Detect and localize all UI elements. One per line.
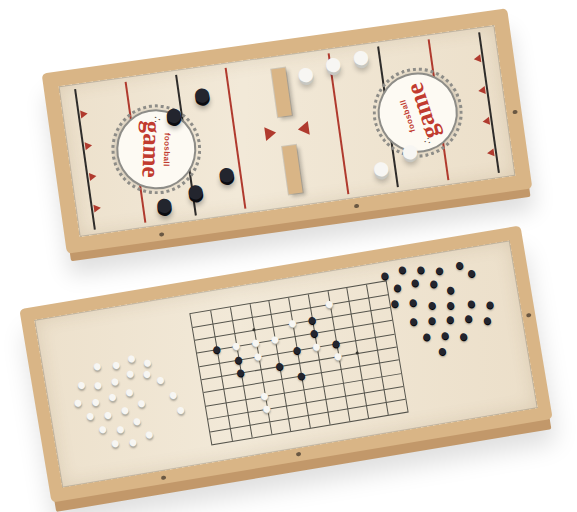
white-stone[interactable]: ●	[323, 295, 335, 312]
black-stone-tray: ●●●●●●●●●●●●●●●●●●●●●●●●●	[368, 248, 514, 373]
black-stone[interactable]: ●	[458, 328, 470, 345]
black-stone[interactable]: ●	[453, 256, 465, 273]
black-puck[interactable]: ●	[152, 186, 176, 221]
white-stone[interactable]: ●	[154, 371, 166, 388]
white-puck[interactable]: ●	[349, 38, 373, 73]
white-puck[interactable]: ●	[321, 45, 345, 80]
white-stone[interactable]: ●	[84, 407, 96, 424]
screw-hole	[526, 313, 532, 318]
black-puck[interactable]: ●	[183, 172, 207, 207]
white-stone[interactable]: ●	[131, 413, 143, 430]
white-stone[interactable]: ●	[252, 348, 264, 365]
black-stone[interactable]: ●	[396, 261, 408, 278]
sling-left-half: ∴ foosball game ●●●●●	[59, 56, 298, 237]
white-stone[interactable]: ●	[175, 401, 187, 418]
white-stone[interactable]: ●	[72, 394, 84, 411]
gomoku-surface: ●●●●●●●●●●●●●●●●●●●●●●●●●● ●●●●●●●●●●●●●…	[34, 240, 537, 487]
white-puck[interactable]: ●	[398, 133, 422, 168]
white-stone[interactable]: ●	[135, 395, 147, 412]
black-stone[interactable]: ●	[234, 364, 246, 381]
black-stone[interactable]: ●	[407, 313, 419, 330]
black-stone[interactable]: ●	[481, 311, 493, 328]
black-stone[interactable]: ●	[330, 335, 342, 352]
white-stone[interactable]: ●	[143, 426, 155, 443]
screw-hole	[159, 232, 165, 237]
black-puck[interactable]: ●	[190, 76, 214, 111]
black-stone[interactable]: ●	[273, 357, 285, 374]
white-stone[interactable]: ●	[92, 376, 104, 393]
white-stone[interactable]: ●	[97, 421, 109, 438]
black-stone[interactable]: ●	[389, 295, 401, 312]
white-stone[interactable]: ●	[141, 365, 153, 382]
black-stone[interactable]: ●	[407, 294, 419, 311]
black-stone[interactable]: ●	[421, 328, 433, 345]
black-puck[interactable]: ●	[161, 95, 185, 130]
black-puck[interactable]: ●	[214, 156, 238, 191]
white-puck[interactable]: ●	[293, 55, 317, 90]
white-stone[interactable]: ●	[269, 331, 281, 348]
goal-arrow-icon	[264, 126, 277, 141]
white-stone[interactable]: ●	[123, 383, 135, 400]
black-stone[interactable]: ●	[428, 275, 440, 292]
black-stone[interactable]: ●	[462, 310, 474, 327]
black-stone[interactable]: ●	[436, 342, 448, 359]
white-stone[interactable]: ●	[91, 358, 103, 375]
badge-title: game	[140, 120, 163, 178]
arrow-tick-icon	[85, 141, 93, 150]
grid-line	[208, 386, 403, 420]
screw-hole	[512, 110, 518, 115]
black-stone[interactable]: ●	[291, 341, 303, 358]
arrow-tick-icon	[81, 110, 89, 119]
goal-arrow-icon	[297, 121, 310, 136]
white-stone[interactable]: ●	[119, 402, 131, 419]
sling-puck-board: ∴ foosball game ●●●●● ∴ foosball	[42, 8, 533, 254]
arrow-tick-icon	[89, 172, 97, 181]
black-stone[interactable]: ●	[465, 265, 477, 282]
white-stone-tray: ●●●●●●●●●●●●●●●●●●●●●●●●●●	[59, 343, 201, 471]
arrow-tick-icon	[482, 117, 490, 126]
black-stone[interactable]: ●	[379, 266, 391, 283]
white-puck[interactable]: ●	[369, 149, 393, 184]
gomoku-board: ●●●●●●●●●●●●●●●●●●●●●●●●●● ●●●●●●●●●●●●●…	[19, 225, 552, 502]
arrow-tick-icon	[486, 148, 494, 157]
screw-hole	[296, 452, 302, 457]
white-stone[interactable]: ●	[127, 433, 139, 450]
black-stone[interactable]: ●	[409, 274, 421, 291]
white-stone[interactable]: ●	[106, 388, 118, 405]
black-stone[interactable]: ●	[211, 341, 223, 358]
screw-hole	[161, 475, 167, 480]
arrow-tick-icon	[477, 86, 485, 95]
start-line-left	[74, 88, 96, 230]
badge-dots-icon: ∴	[152, 116, 163, 123]
white-stone[interactable]: ●	[261, 400, 273, 417]
arrow-tick-icon	[473, 55, 481, 64]
white-stone[interactable]: ●	[286, 315, 298, 332]
black-stone[interactable]: ●	[295, 367, 307, 384]
start-line-right	[478, 32, 500, 174]
sling-right-half: ∴ foosball game ●●●●●	[276, 25, 515, 206]
sling-puck-surface: ∴ foosball game ●●●●● ∴ foosball	[59, 25, 516, 237]
white-stone[interactable]: ●	[109, 434, 121, 451]
white-stone[interactable]: ●	[75, 376, 87, 393]
white-stone[interactable]: ●	[124, 365, 136, 382]
screw-hole	[354, 204, 360, 209]
arrow-tick-icon	[94, 203, 102, 212]
grid-line	[210, 399, 405, 433]
black-stone[interactable]: ●	[308, 325, 320, 342]
